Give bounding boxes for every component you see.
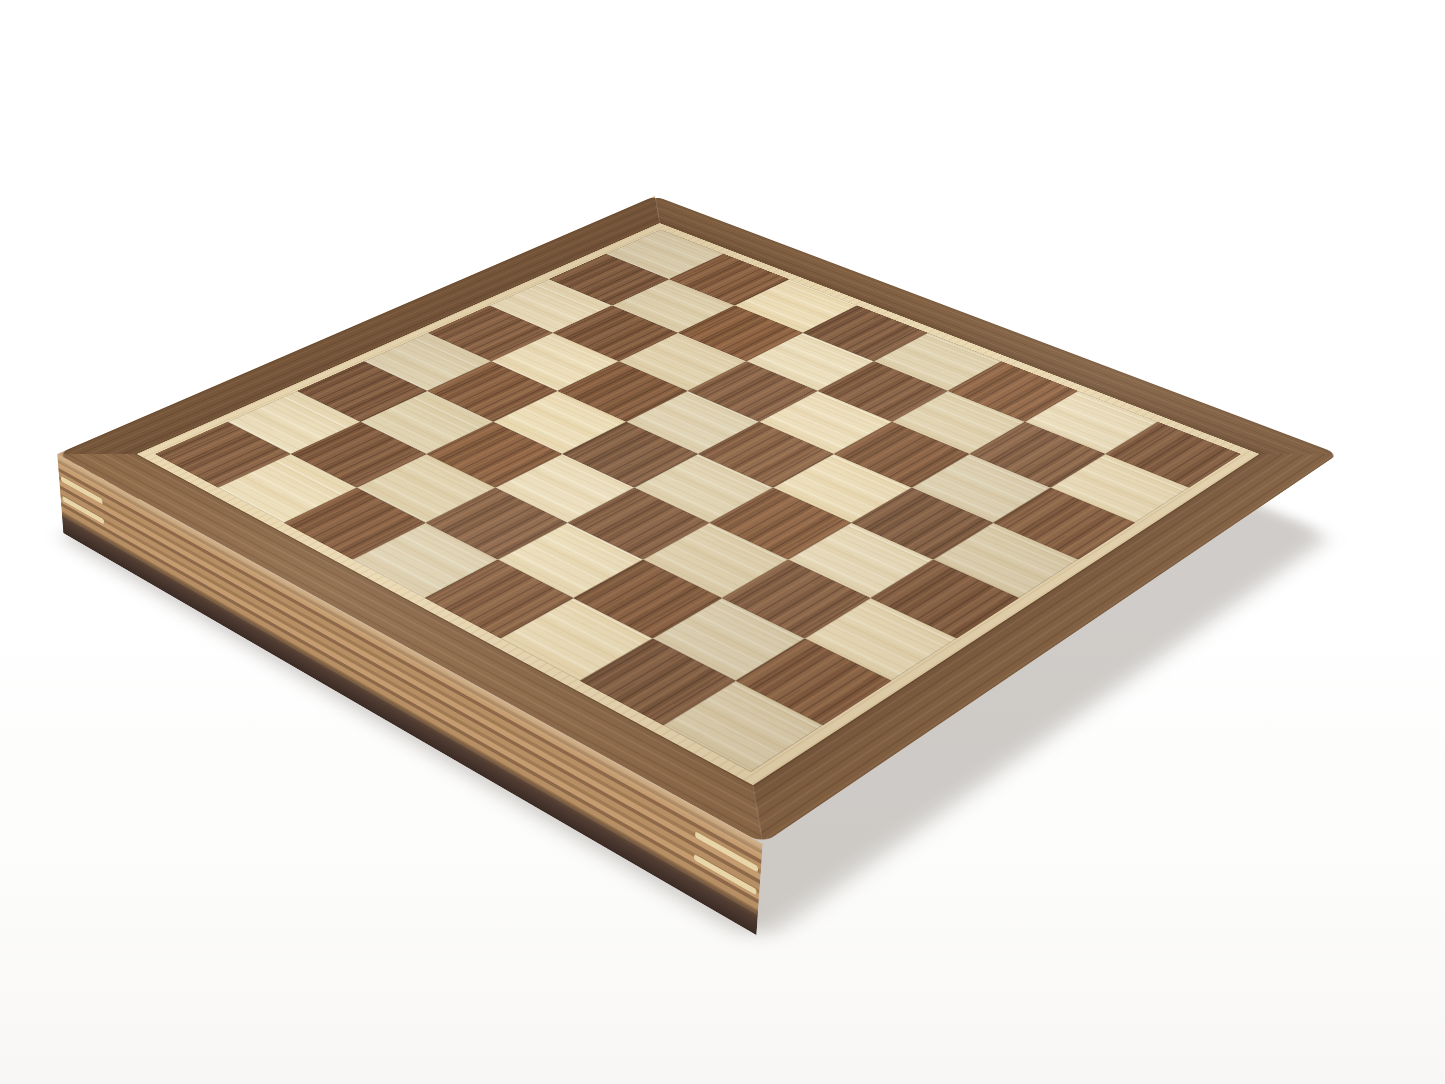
board-top-face	[57, 196, 1338, 844]
photo-background	[0, 0, 1445, 1084]
chessboard	[245, 1, 1151, 907]
chessboard-3d	[57, 196, 1338, 844]
